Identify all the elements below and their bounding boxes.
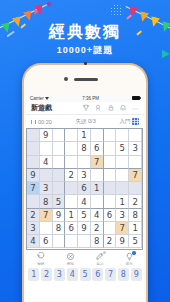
sudoku-cell-r4c5[interactable]: 3: [78, 169, 91, 182]
earpiece-speaker: [74, 78, 98, 81]
erase-button[interactable]: 擦除: [66, 252, 75, 266]
sudoku-cell-r6c3[interactable]: 5: [53, 195, 66, 208]
sudoku-cell-r9c8[interactable]: 9: [116, 235, 129, 248]
sudoku-cell-r8c9[interactable]: 1: [129, 222, 142, 235]
undo-button[interactable]: 撤銷: [36, 252, 45, 266]
sudoku-cell-r9c2[interactable]: 6: [40, 235, 53, 248]
nav-bar: 新遊戲: [26, 102, 144, 115]
sudoku-cell-r8c2[interactable]: [40, 222, 53, 235]
sudoku-cell-r1c9[interactable]: [129, 129, 142, 142]
sudoku-cell-r9c6[interactable]: 8: [91, 235, 104, 248]
sudoku-cell-r8c5[interactable]: 9: [78, 222, 91, 235]
sudoku-cell-r3c7[interactable]: [104, 156, 117, 169]
banner-title: 經典數獨: [0, 22, 170, 43]
sudoku-cell-r5c9[interactable]: [129, 182, 142, 195]
medal-icon[interactable]: [94, 104, 102, 112]
notes-badge: [103, 251, 106, 254]
tool-label: 筆記: [96, 262, 103, 266]
sudoku-cell-r6c2[interactable]: 8: [40, 195, 53, 208]
sudoku-cell-r5c2[interactable]: 3: [40, 182, 53, 195]
toolbar: 撤銷 擦除 筆記: [26, 251, 144, 267]
sudoku-cell-r9c3[interactable]: [53, 235, 66, 248]
sudoku-cell-r5c7[interactable]: [104, 182, 117, 195]
sudoku-cell-r5c8[interactable]: [116, 182, 129, 195]
wifi-icon: [45, 97, 49, 100]
difficulty-label: 入門: [119, 118, 130, 125]
sudoku-cell-r8c3[interactable]: 8: [53, 222, 66, 235]
sudoku-cell-r9c4[interactable]: [65, 235, 78, 248]
sudoku-cell-r3c9[interactable]: [129, 156, 142, 169]
sudoku-cell-r8c7[interactable]: [104, 222, 117, 235]
timer[interactable]: 00:20: [31, 119, 52, 125]
sudoku-cell-r4c9[interactable]: 7: [129, 169, 142, 182]
mistakes-counter: 失誤 0/3: [76, 118, 96, 125]
sudoku-cell-r4c2[interactable]: [40, 169, 53, 182]
sudoku-cell-r2c6[interactable]: 6: [91, 142, 104, 155]
sudoku-cell-r3c5[interactable]: [78, 156, 91, 169]
battery-icon: [132, 96, 140, 100]
notes-button[interactable]: 筆記: [95, 252, 104, 266]
sudoku-cell-r6c8[interactable]: 1: [116, 195, 129, 208]
phone-mockup: Carrier 7:36 PM 新遊戲: [22, 63, 148, 302]
sudoku-cell-r7c4[interactable]: 1: [65, 209, 78, 222]
tool-label: 撤銷: [37, 262, 44, 266]
pause-icon[interactable]: [31, 120, 36, 124]
bell-icon[interactable]: [119, 104, 127, 112]
sudoku-cell-r2c2[interactable]: [40, 142, 53, 155]
sudoku-cell-r5c6[interactable]: 1: [91, 182, 104, 195]
sudoku-cell-r9c1[interactable]: 4: [27, 235, 40, 248]
sudoku-cell-r1c7[interactable]: [104, 129, 117, 142]
confetti-diamond: [46, 1, 52, 7]
sudoku-cell-r7c6[interactable]: 4: [91, 209, 104, 222]
sudoku-cell-r7c3[interactable]: 9: [53, 209, 66, 222]
trophy-icon[interactable]: [82, 104, 90, 112]
sudoku-cell-r1c8[interactable]: [116, 129, 129, 142]
sudoku-cell-r5c3[interactable]: [53, 182, 66, 195]
sudoku-cell-r2c4[interactable]: [65, 142, 78, 155]
lock-icon[interactable]: [107, 104, 115, 112]
sudoku-cell-r3c6[interactable]: 7: [91, 156, 104, 169]
tool-label: 擦除: [67, 262, 74, 266]
sudoku-cell-r3c4[interactable]: [65, 156, 78, 169]
sudoku-cell-r2c5[interactable]: 8: [78, 142, 91, 155]
sudoku-cell-r7c8[interactable]: 3: [116, 209, 129, 222]
sudoku-cell-r3c2[interactable]: 4: [40, 156, 53, 169]
hint-badge: [132, 251, 136, 255]
sudoku-cell-r9c7[interactable]: 2: [104, 235, 117, 248]
numpad-button-6[interactable]: 6: [92, 268, 103, 281]
sudoku-cell-r1c3[interactable]: [53, 129, 66, 142]
more-icon[interactable]: ⋯: [132, 106, 140, 111]
numpad-button-4[interactable]: 4: [67, 268, 78, 281]
nav-title: 新遊戲: [31, 103, 82, 113]
sudoku-cell-r3c1[interactable]: [27, 156, 40, 169]
sudoku-cell-r9c9[interactable]: 5: [129, 235, 142, 248]
erase-icon: [66, 252, 75, 261]
sudoku-cell-r1c6[interactable]: [91, 129, 104, 142]
sudoku-cell-r4c3[interactable]: [53, 169, 66, 182]
sudoku-cell-r2c9[interactable]: 3: [129, 142, 142, 155]
difficulty-grid-icon: [132, 118, 139, 125]
sudoku-cell-r8c6[interactable]: 2: [91, 222, 104, 235]
numpad: 123456789: [26, 268, 144, 281]
hint-button[interactable]: 提示: [125, 252, 134, 266]
carrier-label: Carrier: [30, 96, 44, 101]
sudoku-cell-r9c5[interactable]: [78, 235, 91, 248]
sudoku-cell-r1c1[interactable]: [27, 129, 40, 142]
sensor-dot: [84, 62, 87, 65]
sudoku-cell-r2c8[interactable]: 5: [116, 142, 129, 155]
sudoku-cell-r4c8[interactable]: [116, 169, 129, 182]
tool-label: 提示: [126, 262, 133, 266]
sudoku-cell-r1c2[interactable]: 9: [40, 129, 53, 142]
banner-subtitle: 10000+謎題: [0, 44, 170, 57]
sudoku-cell-r5c5[interactable]: 6: [78, 182, 91, 195]
sudoku-cell-r7c2[interactable]: 7: [40, 209, 53, 222]
numpad-button-1[interactable]: 1: [28, 268, 39, 281]
sudoku-cell-r6c6[interactable]: [91, 195, 104, 208]
sudoku-cell-r7c1[interactable]: 2: [27, 209, 40, 222]
sudoku-cell-r3c3[interactable]: [53, 156, 66, 169]
sudoku-cell-r7c9[interactable]: 8: [129, 209, 142, 222]
sudoku-cell-r2c1[interactable]: [27, 142, 40, 155]
front-camera: [64, 77, 68, 81]
sudoku-cell-r4c4[interactable]: 2: [65, 169, 78, 182]
sudoku-cell-r8c8[interactable]: 7: [116, 222, 129, 235]
sudoku-cell-r1c4[interactable]: [65, 129, 78, 142]
phone-screen: Carrier 7:36 PM 新遊戲: [26, 94, 144, 301]
numpad-button-5[interactable]: 5: [80, 268, 91, 281]
numpad-button-3[interactable]: 3: [54, 268, 65, 281]
sudoku-cell-r6c9[interactable]: 2: [129, 195, 142, 208]
game-info-row: 00:20 失誤 0/3 入門: [26, 115, 144, 128]
difficulty: 入門: [119, 118, 139, 125]
sudoku-cell-r4c1[interactable]: 9: [27, 169, 40, 182]
sudoku-cell-r5c4[interactable]: [65, 182, 78, 195]
sudoku-cell-r5c1[interactable]: 7: [27, 182, 40, 195]
undo-icon: [36, 252, 45, 261]
app-store-screenshot: 經典數獨 10000+謎題 Carrier 7:36 PM 新遊戲: [0, 0, 170, 302]
numpad-button-8[interactable]: 8: [118, 268, 129, 281]
clock-label: 7:36 PM: [82, 96, 99, 101]
sudoku-cell-r4c6[interactable]: [91, 169, 104, 182]
sudoku-cell-r6c4[interactable]: [65, 195, 78, 208]
sudoku-cell-r8c1[interactable]: 3: [27, 222, 40, 235]
sudoku-grid: 9186534792377361854122791546383869271468…: [26, 128, 143, 250]
sudoku-cell-r4c7[interactable]: [104, 169, 117, 182]
confetti-dots: [110, 4, 123, 17]
sudoku-cell-r7c5[interactable]: 5: [78, 209, 91, 222]
sudoku-cell-r6c7[interactable]: [104, 195, 117, 208]
sudoku-cell-r2c3[interactable]: [53, 142, 66, 155]
numpad-button-2[interactable]: 2: [41, 268, 52, 281]
sudoku-cell-r3c8[interactable]: [116, 156, 129, 169]
sudoku-cell-r1c5[interactable]: 1: [78, 129, 91, 142]
numpad-button-7[interactable]: 7: [105, 268, 116, 281]
numpad-button-9[interactable]: 9: [131, 268, 142, 281]
sudoku-cell-r7c7[interactable]: 6: [104, 209, 117, 222]
status-bar: Carrier 7:36 PM: [26, 94, 144, 102]
sudoku-cell-r8c4[interactable]: 6: [65, 222, 78, 235]
confetti-stick: [126, 14, 132, 19]
sudoku-cell-r2c7[interactable]: [104, 142, 117, 155]
sudoku-cell-r6c1[interactable]: [27, 195, 40, 208]
sudoku-cell-r6c5[interactable]: 4: [78, 195, 91, 208]
